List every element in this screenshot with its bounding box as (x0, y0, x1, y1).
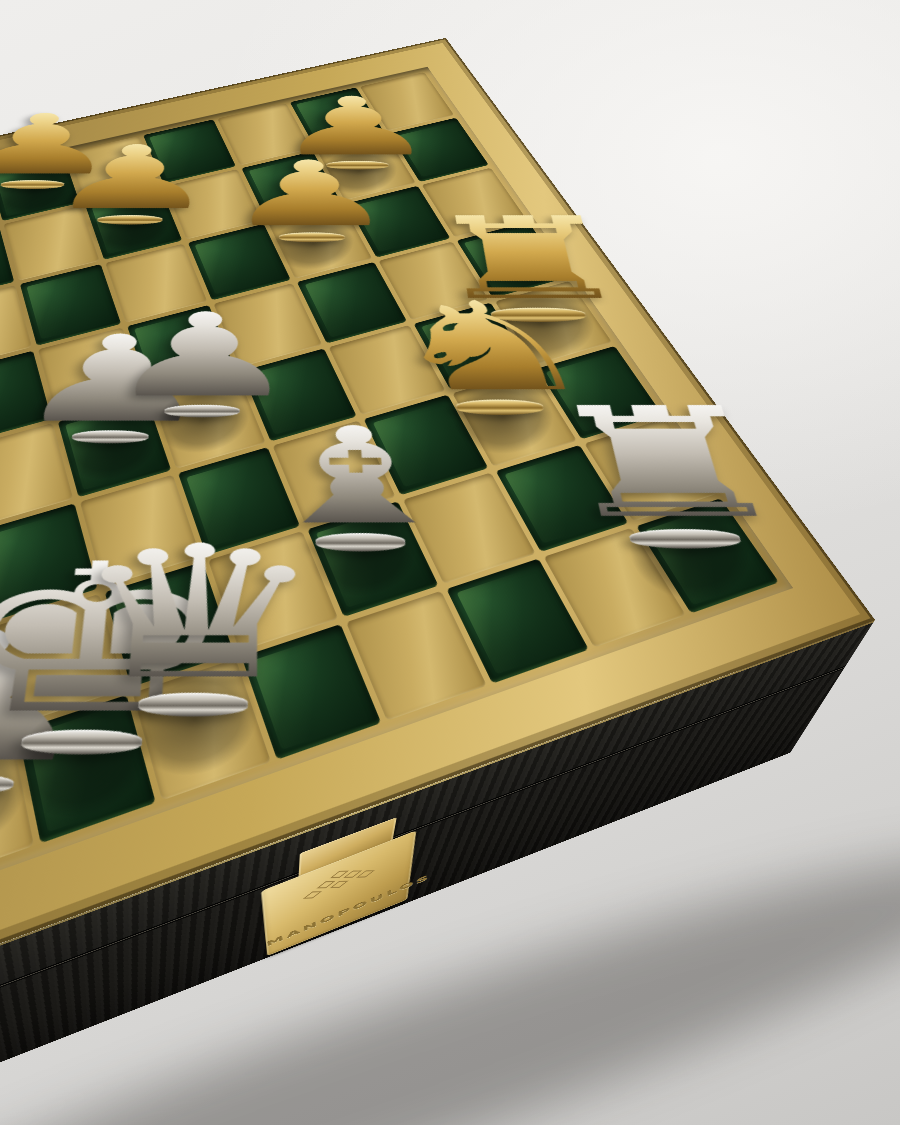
pawn-icon: ♟ (41, 137, 220, 221)
pawn-icon: ♟ (6, 324, 217, 438)
rook-icon: ♜ (532, 392, 811, 537)
product-photo-stage: ♟♟♟♟♜♞♟♟♝♟♚♛♜ (0, 0, 900, 1125)
square-b1 (18, 695, 155, 843)
square-a1 (0, 733, 34, 888)
perspective-wrapper: ♟♟♟♟♜♞♟♟♝♟♚♛♜ (0, 0, 900, 1125)
pawn-icon: ♟ (222, 152, 401, 238)
chess-case-scene: ♟♟♟♟♜♞♟♟♝♟♚♛♜ (0, 38, 875, 1001)
